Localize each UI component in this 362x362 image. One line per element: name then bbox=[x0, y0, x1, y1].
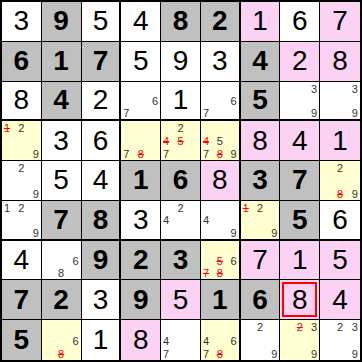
cell-r1c1[interactable]: 3 bbox=[2, 2, 42, 42]
cell-r3c1[interactable]: 8 bbox=[2, 82, 42, 122]
candidate-9: 9 bbox=[231, 227, 237, 239]
given-digit: 8 bbox=[93, 206, 109, 234]
solved-digit: 4 bbox=[332, 286, 348, 314]
eliminated-candidate-8: 8 bbox=[58, 348, 64, 360]
candidate-9: 9 bbox=[271, 227, 277, 239]
solved-digit: 1 bbox=[93, 326, 109, 354]
cell-r1c6[interactable]: 2 bbox=[201, 2, 241, 42]
pencil-marks: 68 bbox=[42, 241, 81, 280]
candidate-9: 9 bbox=[311, 107, 317, 119]
given-digit: 9 bbox=[93, 246, 109, 274]
pencil-marks: 45789 bbox=[201, 121, 239, 160]
candidate-7: 7 bbox=[203, 107, 209, 119]
solved-digit: 3 bbox=[14, 7, 30, 35]
pencil-marks: 68 bbox=[42, 320, 81, 360]
eliminated-candidate-5: 5 bbox=[177, 135, 183, 147]
cell-r6c9[interactable]: 6 bbox=[320, 201, 360, 241]
solved-digit: 4 bbox=[14, 246, 30, 274]
cell-r7c9[interactable]: 5 bbox=[320, 241, 360, 281]
pencil-marks: 39 bbox=[320, 82, 360, 120]
given-digit: 1 bbox=[53, 47, 69, 75]
cell-r6c1[interactable]: 129 bbox=[2, 201, 42, 241]
solved-digit: 4 bbox=[292, 127, 308, 155]
eliminated-candidate-5: 5 bbox=[217, 255, 223, 267]
candidate-9: 9 bbox=[33, 227, 39, 239]
cell-r2c1[interactable]: 6 bbox=[2, 42, 42, 82]
given-digit: 1 bbox=[212, 286, 228, 314]
solved-digit: 1 bbox=[332, 127, 348, 155]
pencil-marks: 5678 bbox=[201, 241, 239, 280]
solved-digit: 3 bbox=[93, 286, 109, 314]
given-digit: 1 bbox=[133, 166, 149, 194]
pencil-marks: 2457 bbox=[161, 121, 200, 160]
cell-r3c6[interactable]: 67 bbox=[201, 82, 241, 122]
candidate-3: 3 bbox=[352, 321, 358, 333]
candidate-2: 2 bbox=[177, 122, 183, 134]
candidate-9: 9 bbox=[311, 348, 317, 360]
cell-r6c8[interactable]: 5 bbox=[280, 201, 320, 241]
solved-digit: 5 bbox=[133, 47, 149, 75]
cell-r8c4[interactable]: 9 bbox=[121, 280, 161, 320]
cell-r2c6[interactable]: 3 bbox=[201, 42, 241, 82]
solved-digit: 1 bbox=[252, 7, 268, 35]
candidate-2: 2 bbox=[18, 162, 24, 174]
solved-digit: 8 bbox=[14, 86, 30, 114]
solved-digit: 5 bbox=[173, 286, 189, 314]
candidate-2: 2 bbox=[257, 202, 263, 214]
eliminated-candidate-8: 8 bbox=[217, 148, 223, 160]
candidate-4: 4 bbox=[163, 214, 169, 226]
pencil-marks: 289 bbox=[320, 161, 360, 200]
pencil-marks: 239 bbox=[320, 320, 360, 360]
pencil-marks: 24 bbox=[161, 201, 200, 239]
candidate-7: 7 bbox=[163, 348, 169, 360]
candidate-2: 2 bbox=[18, 122, 24, 134]
candidate-2: 2 bbox=[177, 202, 183, 214]
given-digit: 4 bbox=[53, 86, 69, 114]
cell-r9c8[interactable]: 239 bbox=[280, 320, 320, 360]
candidate-7: 7 bbox=[163, 148, 169, 160]
cell-r6c4[interactable]: 3 bbox=[121, 201, 161, 241]
candidate-4: 4 bbox=[163, 335, 169, 347]
cell-r4c4[interactable]: 78 bbox=[121, 121, 161, 161]
pencil-marks: 29 bbox=[2, 161, 41, 200]
solved-digit: 1 bbox=[292, 246, 308, 274]
candidate-4: 4 bbox=[203, 335, 209, 347]
cell-r1c9[interactable]: 7 bbox=[320, 2, 360, 42]
cell-r8c2[interactable]: 2 bbox=[42, 280, 82, 320]
cell-r7c7[interactable]: 7 bbox=[241, 241, 281, 281]
pencil-marks: 67 bbox=[201, 82, 239, 120]
candidate-9: 9 bbox=[271, 348, 277, 360]
cell-r1c3[interactable]: 5 bbox=[82, 2, 122, 42]
solved-digit: 5 bbox=[332, 246, 348, 274]
sudoku-board: 3954821676175934288426716753939129367824… bbox=[0, 0, 362, 362]
cell-r9c4[interactable]: 8 bbox=[121, 320, 161, 360]
eliminated-candidate-4: 4 bbox=[203, 135, 209, 147]
eliminated-candidate-8: 8 bbox=[217, 348, 223, 360]
cell-r4c6[interactable]: 45789 bbox=[201, 121, 241, 161]
solved-digit: 6 bbox=[93, 127, 109, 155]
cell-r9c2[interactable]: 68 bbox=[42, 320, 82, 360]
cell-r3c2[interactable]: 4 bbox=[42, 82, 82, 122]
given-digit: 9 bbox=[133, 286, 149, 314]
cell-r5c7[interactable]: 3 bbox=[241, 161, 281, 201]
candidate-7: 7 bbox=[203, 348, 209, 360]
solved-digit: 8 bbox=[133, 326, 149, 354]
cell-r4c9[interactable]: 1 bbox=[320, 121, 360, 161]
cell-r1c2[interactable]: 9 bbox=[42, 2, 82, 42]
given-digit: 3 bbox=[252, 166, 268, 194]
cell-r6c2[interactable]: 7 bbox=[42, 201, 82, 241]
cell-r7c3[interactable]: 9 bbox=[82, 241, 122, 281]
candidate-9: 9 bbox=[352, 188, 358, 200]
solved-digit: 8 bbox=[212, 166, 228, 194]
cell-r4c7[interactable]: 8 bbox=[241, 121, 281, 161]
cell-r8c8[interactable]: 8 bbox=[280, 280, 320, 320]
given-digit: 5 bbox=[14, 326, 30, 354]
candidate-9: 9 bbox=[352, 107, 358, 119]
cell-r5c4[interactable]: 1 bbox=[121, 161, 161, 201]
pencil-marks: 4678 bbox=[201, 320, 239, 360]
cell-r6c6[interactable]: 49 bbox=[201, 201, 241, 241]
candidate-4: 4 bbox=[203, 214, 209, 226]
candidate-6: 6 bbox=[152, 95, 158, 107]
pencil-marks: 47 bbox=[161, 320, 200, 360]
cell-r7c4[interactable]: 2 bbox=[121, 241, 161, 281]
eliminated-candidate-1: 1 bbox=[4, 122, 10, 134]
given-digit: 5 bbox=[252, 86, 268, 114]
cell-r2c4[interactable]: 5 bbox=[121, 42, 161, 82]
cell-r2c7[interactable]: 4 bbox=[241, 42, 281, 82]
cell-r8c7[interactable]: 6 bbox=[241, 280, 281, 320]
solved-digit: 6 bbox=[332, 206, 348, 234]
candidate-2: 2 bbox=[18, 202, 24, 214]
given-digit: 7 bbox=[292, 166, 308, 194]
cell-r4c3[interactable]: 6 bbox=[82, 121, 122, 161]
cell-r2c3[interactable]: 7 bbox=[82, 42, 122, 82]
candidate-3: 3 bbox=[311, 321, 317, 333]
pencil-marks: 129 bbox=[2, 121, 41, 160]
solved-digit: 8 bbox=[252, 127, 268, 155]
eliminated-candidate-8: 8 bbox=[337, 188, 343, 200]
candidate-8: 8 bbox=[58, 267, 64, 279]
given-digit: 6 bbox=[14, 47, 30, 75]
cell-r5c9[interactable]: 289 bbox=[320, 161, 360, 201]
cell-r4c2[interactable]: 3 bbox=[42, 121, 82, 161]
cell-r5c3[interactable]: 4 bbox=[82, 161, 122, 201]
cell-r7c8[interactable]: 1 bbox=[280, 241, 320, 281]
candidate-3: 3 bbox=[311, 83, 317, 95]
solved-digit: 3 bbox=[133, 206, 149, 234]
cell-r7c5[interactable]: 3 bbox=[161, 241, 201, 281]
cell-r8c3[interactable]: 3 bbox=[82, 280, 122, 320]
cell-r6c5[interactable]: 24 bbox=[161, 201, 201, 241]
given-digit: 4 bbox=[252, 47, 268, 75]
cell-r8c9[interactable]: 4 bbox=[320, 280, 360, 320]
cell-r7c6[interactable]: 5678 bbox=[201, 241, 241, 281]
cell-r6c3[interactable]: 8 bbox=[82, 201, 122, 241]
solved-digit: 8 bbox=[332, 47, 348, 75]
candidate-7: 7 bbox=[203, 148, 209, 160]
cell-r3c8[interactable]: 39 bbox=[280, 82, 320, 122]
solved-digit: 5 bbox=[93, 7, 109, 35]
solved-digit: 2 bbox=[93, 86, 109, 114]
given-digit: 2 bbox=[133, 246, 149, 274]
solved-digit: 3 bbox=[53, 127, 69, 155]
pencil-marks: 239 bbox=[280, 320, 319, 360]
solved-digit: 8 bbox=[292, 286, 308, 314]
eliminated-candidate-4: 4 bbox=[163, 135, 169, 147]
candidate-2: 2 bbox=[257, 321, 263, 333]
cell-r5c2[interactable]: 5 bbox=[42, 161, 82, 201]
cell-r5c1[interactable]: 29 bbox=[2, 161, 42, 201]
given-digit: 2 bbox=[212, 7, 228, 35]
cell-r4c5[interactable]: 2457 bbox=[161, 121, 201, 161]
pencil-marks: 78 bbox=[121, 121, 160, 160]
cell-r1c4[interactable]: 4 bbox=[121, 2, 161, 42]
cell-r3c4[interactable]: 67 bbox=[121, 82, 161, 122]
pencil-marks: 39 bbox=[280, 82, 319, 120]
given-digit: 7 bbox=[53, 206, 69, 234]
given-digit: 9 bbox=[53, 7, 69, 35]
eliminated-candidate-2: 2 bbox=[297, 321, 303, 333]
candidate-9: 9 bbox=[33, 148, 39, 160]
given-digit: 3 bbox=[173, 246, 189, 274]
candidate-6: 6 bbox=[231, 335, 237, 347]
candidate-6: 6 bbox=[231, 255, 237, 267]
cell-r1c8[interactable]: 6 bbox=[280, 2, 320, 42]
candidate-5: 5 bbox=[217, 135, 223, 147]
cell-r8c1[interactable]: 7 bbox=[2, 280, 42, 320]
cell-r3c5[interactable]: 1 bbox=[161, 82, 201, 122]
pencil-marks: 129 bbox=[241, 201, 280, 239]
candidate-9: 9 bbox=[352, 348, 358, 360]
pencil-marks: 49 bbox=[201, 201, 239, 239]
given-digit: 7 bbox=[93, 47, 109, 75]
cell-r2c5[interactable]: 9 bbox=[161, 42, 201, 82]
solved-digit: 5 bbox=[53, 166, 69, 194]
cell-r1c5[interactable]: 8 bbox=[161, 2, 201, 42]
cell-r3c9[interactable]: 39 bbox=[320, 82, 360, 122]
solved-digit: 6 bbox=[292, 7, 308, 35]
pencil-marks: 67 bbox=[121, 82, 160, 120]
cell-r4c8[interactable]: 4 bbox=[280, 121, 320, 161]
solved-digit: 4 bbox=[133, 7, 149, 35]
candidate-2: 2 bbox=[337, 321, 343, 333]
candidate-3: 3 bbox=[352, 83, 358, 95]
cell-r7c1[interactable]: 4 bbox=[2, 241, 42, 281]
candidate-7: 7 bbox=[123, 148, 129, 160]
cell-r9c6[interactable]: 4678 bbox=[201, 320, 241, 360]
eliminated-candidate-8: 8 bbox=[217, 267, 223, 279]
cell-r9c1[interactable]: 5 bbox=[2, 320, 42, 360]
candidate-6: 6 bbox=[72, 335, 78, 347]
candidate-2: 2 bbox=[337, 162, 343, 174]
given-digit: 6 bbox=[252, 286, 268, 314]
solved-digit: 1 bbox=[173, 86, 189, 114]
cell-r5c5[interactable]: 6 bbox=[161, 161, 201, 201]
cell-r3c3[interactable]: 2 bbox=[82, 82, 122, 122]
cell-r1c7[interactable]: 1 bbox=[241, 2, 281, 42]
pencil-marks: 29 bbox=[241, 320, 280, 360]
cell-r5c6[interactable]: 8 bbox=[201, 161, 241, 201]
eliminated-candidate-7: 7 bbox=[203, 267, 209, 279]
cell-r2c9[interactable]: 8 bbox=[320, 42, 360, 82]
candidate-6: 6 bbox=[231, 95, 237, 107]
eliminated-candidate-8: 8 bbox=[138, 148, 144, 160]
cell-r8c5[interactable]: 5 bbox=[161, 280, 201, 320]
cell-r2c8[interactable]: 2 bbox=[280, 42, 320, 82]
cell-r5c8[interactable]: 7 bbox=[280, 161, 320, 201]
solved-digit: 9 bbox=[173, 47, 189, 75]
solved-digit: 2 bbox=[292, 47, 308, 75]
cell-r9c5[interactable]: 47 bbox=[161, 320, 201, 360]
cell-r9c3[interactable]: 1 bbox=[82, 320, 122, 360]
given-digit: 8 bbox=[173, 7, 189, 35]
candidate-1: 1 bbox=[4, 202, 10, 214]
solved-digit: 3 bbox=[212, 47, 228, 75]
candidate-9: 9 bbox=[231, 148, 237, 160]
eliminated-candidate-1: 1 bbox=[243, 202, 249, 214]
given-digit: 2 bbox=[53, 286, 69, 314]
cell-r3c7[interactable]: 5 bbox=[241, 82, 281, 122]
cell-r9c9[interactable]: 239 bbox=[320, 320, 360, 360]
candidate-7: 7 bbox=[123, 107, 129, 119]
solved-digit: 7 bbox=[332, 7, 348, 35]
candidate-6: 6 bbox=[72, 255, 78, 267]
candidate-9: 9 bbox=[33, 188, 39, 200]
cell-r6c7[interactable]: 129 bbox=[241, 201, 281, 241]
solved-digit: 4 bbox=[93, 166, 109, 194]
given-digit: 6 bbox=[173, 166, 189, 194]
cell-r9c7[interactable]: 29 bbox=[241, 320, 281, 360]
given-digit: 5 bbox=[292, 206, 308, 234]
cell-r2c2[interactable]: 1 bbox=[42, 42, 82, 82]
cell-r4c1[interactable]: 129 bbox=[2, 121, 42, 161]
pencil-marks: 129 bbox=[2, 201, 41, 239]
cell-r7c2[interactable]: 68 bbox=[42, 241, 82, 281]
solved-digit: 7 bbox=[252, 246, 268, 274]
given-digit: 7 bbox=[14, 286, 30, 314]
cell-r8c6[interactable]: 1 bbox=[201, 280, 241, 320]
